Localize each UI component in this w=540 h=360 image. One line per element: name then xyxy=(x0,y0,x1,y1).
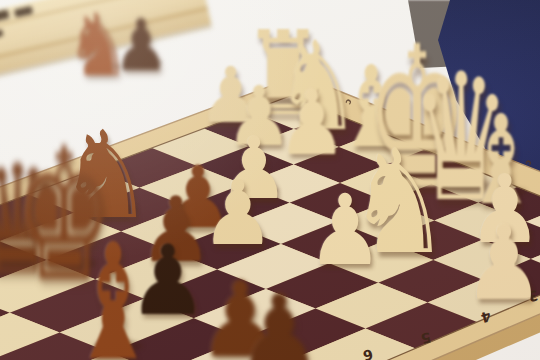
piece-background-knight-off-board-box: ♞ xyxy=(66,1,131,87)
piece-white-pawn-c4: ♟ xyxy=(307,181,383,279)
chess-photo-scene: 6543cc ♜♞♟♟♟♝♚♛♝♞♟♟♟♟♟♞♚♛♝♟♟♟♟♟♞♟ xyxy=(0,0,540,360)
piece-black-bishop-e7: ♝ xyxy=(68,223,158,360)
piece-black-pawn-b6: ♟ xyxy=(236,281,321,360)
piece-white-pawn-a3: ♟ xyxy=(464,211,540,315)
